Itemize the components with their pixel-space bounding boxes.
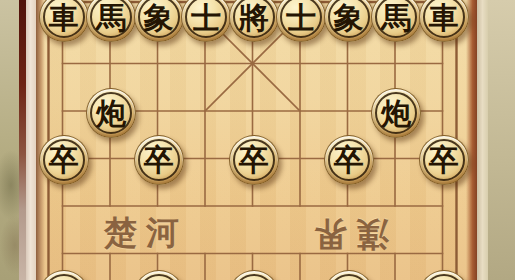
- piece-black-soldier[interactable]: 卒: [134, 135, 184, 185]
- piece-glyph: 象: [334, 2, 364, 33]
- piece-glyph: 馬: [96, 2, 126, 33]
- backdrop-left: [0, 0, 19, 280]
- piece-glyph: 卒: [49, 144, 79, 175]
- piece-black-soldier[interactable]: 卒: [324, 135, 374, 185]
- piece-glyph: 車: [49, 2, 79, 33]
- piece-black-soldier[interactable]: 卒: [419, 135, 469, 185]
- piece-glyph: 士: [286, 2, 316, 33]
- piece-glyph: 卒: [334, 144, 364, 175]
- piece-glyph: 炮: [96, 98, 126, 129]
- piece-black-soldier[interactable]: 卒: [39, 135, 89, 185]
- backdrop-right: [488, 0, 515, 280]
- board-edge-left: [36, 0, 45, 280]
- board-rim-highlight-left: [26, 0, 36, 280]
- xiangqi-app-screen: 楚河 漢界 車馬象士將士象馬車炮炮卒卒卒卒卒兵兵兵兵兵: [0, 0, 515, 280]
- piece-black-cannon[interactable]: 炮: [371, 88, 421, 138]
- piece-glyph: 馬: [381, 2, 411, 33]
- piece-glyph: 卒: [239, 144, 269, 175]
- piece-glyph: 車: [429, 2, 459, 33]
- piece-glyph: 將: [239, 2, 269, 33]
- piece-glyph: 卒: [429, 144, 459, 175]
- board-rim-highlight-right: [477, 0, 488, 280]
- piece-black-cannon[interactable]: 炮: [86, 88, 136, 138]
- river-label-chu: 楚河: [104, 211, 188, 256]
- river-label-han: 漢界: [305, 211, 389, 256]
- piece-glyph: 象: [144, 2, 174, 33]
- piece-glyph: 士: [191, 2, 221, 33]
- piece-glyph: 卒: [144, 144, 174, 175]
- backdrop-red-strip: [19, 0, 26, 280]
- piece-black-soldier[interactable]: 卒: [229, 135, 279, 185]
- piece-glyph: 炮: [381, 98, 411, 129]
